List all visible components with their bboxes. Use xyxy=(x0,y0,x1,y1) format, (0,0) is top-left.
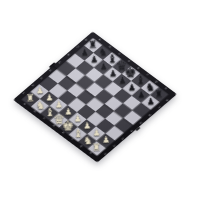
piece-black-pawn: ♟ xyxy=(80,48,88,57)
piece-white-rook: ♜ xyxy=(26,93,35,103)
piece-white-pawn: ♟ xyxy=(45,93,53,102)
coordinate-mark: g xyxy=(79,145,83,148)
coordinate-mark: e xyxy=(60,132,64,135)
coordinate-mark: 4 xyxy=(129,129,133,132)
coordinate-mark: d xyxy=(126,60,130,63)
coordinate-mark: g xyxy=(154,80,158,83)
piece-black-rook: ♜ xyxy=(89,39,98,49)
coordinate-mark: c xyxy=(117,53,121,56)
coordinate-mark: 2 xyxy=(111,145,115,148)
piece-black-pawn: ♟ xyxy=(109,69,117,78)
board-perspective-wrapper: ♜♞♝♛♚♝♞♜♟♟♟♟♟♟♟♟♟♟♟♟♟♟♟♟♜♞♝♛♚♝♞♜ abcdefg… xyxy=(13,31,177,162)
coordinate-mark: f xyxy=(70,139,73,142)
piece-black-pawn: ♟ xyxy=(118,76,126,85)
piece-white-pawn: ♟ xyxy=(102,135,110,144)
coordinate-mark: b xyxy=(32,110,36,113)
fold-seam-notch xyxy=(135,127,140,131)
coordinate-mark: 7 xyxy=(156,106,160,109)
piece-black-pawn: ♟ xyxy=(137,90,145,99)
coordinate-mark: f xyxy=(145,74,148,77)
piece-black-pawn: ♟ xyxy=(90,55,98,64)
coordinate-mark: h xyxy=(164,87,168,90)
piece-black-knight: ♞ xyxy=(145,81,155,92)
coordinate-mark: 6 xyxy=(147,114,151,117)
piece-black-pawn: ♟ xyxy=(127,83,135,92)
coordinate-mark: h xyxy=(88,152,92,155)
coordinate-mark: 1 xyxy=(21,92,25,95)
product-photo: ♜♞♝♛♚♝♞♜♟♟♟♟♟♟♟♟♟♟♟♟♟♟♟♟♜♞♝♛♚♝♞♜ abcdefg… xyxy=(0,0,200,200)
coordinate-mark: a xyxy=(22,103,26,106)
coordinate-mark: a xyxy=(98,38,102,41)
piece-black-pawn: ♟ xyxy=(99,62,107,71)
coordinate-mark: b xyxy=(107,45,111,48)
piece-black-pawn: ♟ xyxy=(146,97,154,106)
coordinate-mark: 2 xyxy=(30,84,34,87)
coordinate-mark: 1 xyxy=(102,153,106,156)
coordinate-mark: d xyxy=(51,125,55,128)
piece-white-pawn: ♟ xyxy=(92,128,100,137)
coordinate-mark: 7 xyxy=(75,46,79,49)
piece-white-pawn: ♟ xyxy=(83,121,91,130)
coordinate-mark: 5 xyxy=(57,61,61,64)
coordinate-mark: e xyxy=(136,67,140,70)
piece-white-pawn: ♟ xyxy=(64,107,72,116)
piece-white-knight: ♞ xyxy=(82,135,92,146)
piece-white-pawn: ♟ xyxy=(55,100,63,109)
coordinate-mark: 8 xyxy=(165,99,169,102)
coordinate-mark: 4 xyxy=(48,69,52,72)
piece-white-pawn: ♟ xyxy=(73,114,81,123)
piece-white-knight: ♞ xyxy=(35,100,45,111)
piece-black-rook: ♜ xyxy=(155,89,164,99)
coordinate-mark: c xyxy=(41,118,45,121)
coordinate-mark: 3 xyxy=(39,77,43,80)
piece-black-knight: ♞ xyxy=(98,46,108,57)
coordinate-mark: 6 xyxy=(66,54,70,57)
piece-white-rook: ♜ xyxy=(92,142,101,152)
board-frame: ♜♞♝♛♚♝♞♜♟♟♟♟♟♟♟♟♟♟♟♟♟♟♟♟♜♞♝♛♚♝♞♜ abcdefg… xyxy=(13,31,177,162)
piece-white-pawn: ♟ xyxy=(36,86,44,95)
coordinate-mark: 8 xyxy=(84,38,88,41)
coordinate-mark: 3 xyxy=(120,137,124,140)
coordinate-mark: 5 xyxy=(138,122,142,125)
